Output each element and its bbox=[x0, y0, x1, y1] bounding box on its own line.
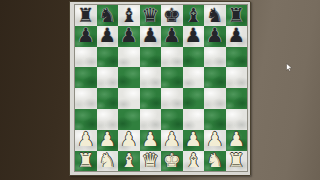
piece-black-pawn[interactable]: ♟ bbox=[228, 26, 245, 46]
piece-white-knight[interactable]: ♞ bbox=[206, 151, 223, 171]
square-f2[interactable]: ♟ bbox=[183, 130, 205, 151]
square-h6[interactable] bbox=[226, 47, 248, 68]
piece-black-pawn[interactable]: ♟ bbox=[142, 26, 159, 46]
square-h3[interactable] bbox=[226, 109, 248, 130]
square-a8[interactable]: ♜ bbox=[75, 5, 97, 26]
square-f8[interactable]: ♝ bbox=[183, 5, 205, 26]
square-d6[interactable] bbox=[140, 47, 162, 68]
piece-white-pawn[interactable]: ♟ bbox=[163, 130, 180, 150]
piece-black-bishop[interactable]: ♝ bbox=[185, 5, 202, 25]
square-a7[interactable]: ♟ bbox=[75, 26, 97, 47]
square-d1[interactable]: ♛ bbox=[140, 151, 162, 172]
square-g4[interactable] bbox=[204, 88, 226, 109]
piece-black-pawn[interactable]: ♟ bbox=[77, 26, 94, 46]
square-a2[interactable]: ♟ bbox=[75, 130, 97, 151]
square-h5[interactable] bbox=[226, 67, 248, 88]
square-c8[interactable]: ♝ bbox=[118, 5, 140, 26]
square-c7[interactable]: ♟ bbox=[118, 26, 140, 47]
piece-black-pawn[interactable]: ♟ bbox=[120, 26, 137, 46]
piece-white-rook[interactable]: ♜ bbox=[77, 151, 94, 171]
square-e2[interactable]: ♟ bbox=[161, 130, 183, 151]
piece-black-pawn[interactable]: ♟ bbox=[99, 26, 116, 46]
square-g3[interactable] bbox=[204, 109, 226, 130]
square-h2[interactable]: ♟ bbox=[226, 130, 248, 151]
square-b7[interactable]: ♟ bbox=[97, 26, 119, 47]
piece-white-pawn[interactable]: ♟ bbox=[120, 130, 137, 150]
square-g7[interactable]: ♟ bbox=[204, 26, 226, 47]
square-g6[interactable] bbox=[204, 47, 226, 68]
square-a3[interactable] bbox=[75, 109, 97, 130]
piece-black-rook[interactable]: ♜ bbox=[77, 5, 94, 25]
piece-white-pawn[interactable]: ♟ bbox=[99, 130, 116, 150]
square-b6[interactable] bbox=[97, 47, 119, 68]
square-e6[interactable] bbox=[161, 47, 183, 68]
square-f1[interactable]: ♝ bbox=[183, 151, 205, 172]
square-g2[interactable]: ♟ bbox=[204, 130, 226, 151]
square-a6[interactable] bbox=[75, 47, 97, 68]
square-f5[interactable] bbox=[183, 67, 205, 88]
square-e3[interactable] bbox=[161, 109, 183, 130]
piece-white-queen[interactable]: ♛ bbox=[142, 151, 159, 171]
piece-black-rook[interactable]: ♜ bbox=[228, 5, 245, 25]
board-grid: ♜♞♝♛♚♝♞♜♟♟♟♟♟♟♟♟♟♟♟♟♟♟♟♟♜♞♝♛♚♝♞♜ bbox=[74, 4, 248, 172]
square-f6[interactable] bbox=[183, 47, 205, 68]
square-b3[interactable] bbox=[97, 109, 119, 130]
square-a4[interactable] bbox=[75, 88, 97, 109]
piece-white-pawn[interactable]: ♟ bbox=[228, 130, 245, 150]
square-h7[interactable]: ♟ bbox=[226, 26, 248, 47]
square-f3[interactable] bbox=[183, 109, 205, 130]
piece-black-pawn[interactable]: ♟ bbox=[163, 26, 180, 46]
piece-black-pawn[interactable]: ♟ bbox=[206, 26, 223, 46]
square-g5[interactable] bbox=[204, 67, 226, 88]
square-c4[interactable] bbox=[118, 88, 140, 109]
square-g1[interactable]: ♞ bbox=[204, 151, 226, 172]
square-f4[interactable] bbox=[183, 88, 205, 109]
square-b2[interactable]: ♟ bbox=[97, 130, 119, 151]
square-h8[interactable]: ♜ bbox=[226, 5, 248, 26]
square-d5[interactable] bbox=[140, 67, 162, 88]
square-h4[interactable] bbox=[226, 88, 248, 109]
square-a1[interactable]: ♜ bbox=[75, 151, 97, 172]
piece-black-pawn[interactable]: ♟ bbox=[185, 26, 202, 46]
piece-black-king[interactable]: ♚ bbox=[163, 5, 180, 25]
square-b4[interactable] bbox=[97, 88, 119, 109]
square-d7[interactable]: ♟ bbox=[140, 26, 162, 47]
piece-black-queen[interactable]: ♛ bbox=[142, 5, 159, 25]
piece-black-bishop[interactable]: ♝ bbox=[120, 5, 137, 25]
square-e7[interactable]: ♟ bbox=[161, 26, 183, 47]
chess-board: ♜♞♝♛♚♝♞♜♟♟♟♟♟♟♟♟♟♟♟♟♟♟♟♟♜♞♝♛♚♝♞♜ bbox=[69, 1, 251, 176]
piece-white-pawn[interactable]: ♟ bbox=[77, 130, 94, 150]
square-e4[interactable] bbox=[161, 88, 183, 109]
piece-white-king[interactable]: ♚ bbox=[163, 151, 180, 171]
screen-background: ♜♞♝♛♚♝♞♜♟♟♟♟♟♟♟♟♟♟♟♟♟♟♟♟♜♞♝♛♚♝♞♜ bbox=[0, 0, 320, 180]
square-c1[interactable]: ♝ bbox=[118, 151, 140, 172]
square-b5[interactable] bbox=[97, 67, 119, 88]
square-e8[interactable]: ♚ bbox=[161, 5, 183, 26]
square-g8[interactable]: ♞ bbox=[204, 5, 226, 26]
piece-white-bishop[interactable]: ♝ bbox=[185, 151, 202, 171]
piece-white-pawn[interactable]: ♟ bbox=[206, 130, 223, 150]
square-c5[interactable] bbox=[118, 67, 140, 88]
square-h1[interactable]: ♜ bbox=[226, 151, 248, 172]
mouse-cursor-icon bbox=[286, 63, 293, 72]
square-c2[interactable]: ♟ bbox=[118, 130, 140, 151]
square-e1[interactable]: ♚ bbox=[161, 151, 183, 172]
piece-white-pawn[interactable]: ♟ bbox=[142, 130, 159, 150]
piece-black-knight[interactable]: ♞ bbox=[99, 5, 116, 25]
square-f7[interactable]: ♟ bbox=[183, 26, 205, 47]
square-e5[interactable] bbox=[161, 67, 183, 88]
square-d3[interactable] bbox=[140, 109, 162, 130]
square-c3[interactable] bbox=[118, 109, 140, 130]
piece-white-bishop[interactable]: ♝ bbox=[120, 151, 137, 171]
piece-white-knight[interactable]: ♞ bbox=[99, 151, 116, 171]
square-a5[interactable] bbox=[75, 67, 97, 88]
square-d8[interactable]: ♛ bbox=[140, 5, 162, 26]
piece-black-knight[interactable]: ♞ bbox=[206, 5, 223, 25]
piece-white-rook[interactable]: ♜ bbox=[228, 151, 245, 171]
piece-white-pawn[interactable]: ♟ bbox=[185, 130, 202, 150]
square-c6[interactable] bbox=[118, 47, 140, 68]
square-b8[interactable]: ♞ bbox=[97, 5, 119, 26]
square-d2[interactable]: ♟ bbox=[140, 130, 162, 151]
square-b1[interactable]: ♞ bbox=[97, 151, 119, 172]
square-d4[interactable] bbox=[140, 88, 162, 109]
